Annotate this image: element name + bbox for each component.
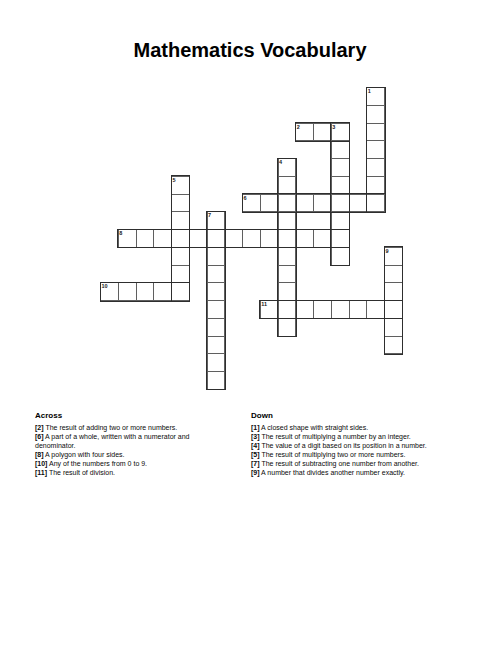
clue-number-label: [7]: [251, 460, 260, 467]
crossword-cell[interactable]: [278, 229, 297, 248]
crossword-cell[interactable]: [366, 300, 385, 319]
crossword-cell[interactable]: [366, 105, 385, 124]
crossword-cell[interactable]: [260, 229, 279, 248]
crossword-cell[interactable]: [313, 123, 332, 142]
crossword-cell[interactable]: [171, 265, 190, 284]
crossword-cell[interactable]: [366, 123, 385, 142]
crossword-cell[interactable]: [118, 282, 137, 301]
crossword-cell[interactable]: [331, 300, 350, 319]
crossword-cell[interactable]: [207, 265, 226, 284]
crossword-cell[interactable]: [278, 211, 297, 230]
crossword-cell[interactable]: [331, 211, 350, 230]
crossword-cell[interactable]: [171, 229, 190, 248]
clue-across-2: [2] The result of adding two or more num…: [35, 423, 210, 432]
crossword-cell[interactable]: [242, 229, 261, 248]
crossword-cell[interactable]: [260, 194, 279, 213]
crossword-cell[interactable]: [278, 318, 297, 337]
clue-down-7: [7] The result of subtracting one number…: [251, 459, 473, 468]
crossword-cell[interactable]: [118, 229, 137, 248]
crossword-cell[interactable]: [171, 194, 190, 213]
crossword-cell[interactable]: [366, 140, 385, 159]
crossword-cell[interactable]: [295, 229, 314, 248]
clue-down-4: [4] The value of a digit based on its po…: [251, 441, 473, 450]
crossword-cell[interactable]: [153, 229, 172, 248]
across-header: Across: [35, 411, 210, 421]
crossword-cell[interactable]: [100, 282, 119, 301]
clue-across-6: [6] A part of a whole, written with a nu…: [35, 432, 210, 450]
crossword-cell[interactable]: [331, 123, 350, 142]
clue-number-label: [4]: [251, 442, 260, 449]
clue-down-3: [3] The result of multiplying a number b…: [251, 432, 473, 441]
crossword-cell[interactable]: [331, 229, 350, 248]
crossword-cell[interactable]: [189, 229, 208, 248]
crossword-cell[interactable]: [349, 300, 368, 319]
clue-across-8: [8] A polygon with four sides.: [35, 450, 210, 459]
crossword-cell[interactable]: [278, 194, 297, 213]
crossword-cell[interactable]: [207, 336, 226, 355]
crossword-cell[interactable]: [366, 87, 385, 106]
crossword-cell[interactable]: [278, 282, 297, 301]
crossword-cell[interactable]: [366, 158, 385, 177]
clue-number-label: [2]: [35, 424, 44, 431]
crossword-cell[interactable]: [260, 300, 279, 319]
clue-number-label: [11]: [35, 469, 47, 476]
crossword-cell[interactable]: [295, 123, 314, 142]
crossword-cell[interactable]: [278, 300, 297, 319]
clue-number-label: [8]: [35, 451, 44, 458]
crossword-cell[interactable]: [313, 194, 332, 213]
crossword-cell[interactable]: [207, 353, 226, 372]
crossword-cell[interactable]: [331, 158, 350, 177]
crossword-cell[interactable]: [384, 300, 403, 319]
crossword-cell[interactable]: [331, 247, 350, 266]
crossword-grid: 2681011134579: [100, 87, 403, 390]
crossword-cell[interactable]: [207, 247, 226, 266]
clue-number-label: [9]: [251, 469, 260, 476]
crossword-cell[interactable]: [207, 371, 226, 390]
down-header: Down: [251, 411, 473, 421]
clue-number-label: [1]: [251, 424, 260, 431]
crossword-cell[interactable]: [207, 318, 226, 337]
crossword-cell[interactable]: [278, 158, 297, 177]
crossword-cell[interactable]: [313, 229, 332, 248]
crossword-cell[interactable]: [331, 176, 350, 195]
crossword-cell[interactable]: [171, 211, 190, 230]
crossword-cell[interactable]: [366, 194, 385, 213]
crossword-cell[interactable]: [153, 282, 172, 301]
across-clue-list: [2] The result of adding two or more num…: [35, 423, 210, 477]
clue-across-10: [10] Any of the numbers from 0 to 9.: [35, 459, 210, 468]
crossword-cell[interactable]: [278, 265, 297, 284]
crossword-cell[interactable]: [384, 336, 403, 355]
clue-down-9: [9] A number that divides another number…: [251, 468, 473, 477]
crossword-cell[interactable]: [384, 282, 403, 301]
clue-number-label: [10]: [35, 460, 47, 467]
crossword-cell[interactable]: [171, 176, 190, 195]
crossword-cell[interactable]: [207, 229, 226, 248]
crossword-cell[interactable]: [366, 176, 385, 195]
crossword-cell[interactable]: [136, 282, 155, 301]
down-clues-section: Down [1] A closed shape with straight si…: [251, 411, 473, 477]
crossword-cell[interactable]: [171, 282, 190, 301]
crossword-cell[interactable]: [295, 194, 314, 213]
crossword-cell[interactable]: [136, 229, 155, 248]
clue-number-label: [6]: [35, 433, 44, 440]
crossword-cell[interactable]: [349, 194, 368, 213]
crossword-cell[interactable]: [384, 247, 403, 266]
clue-number-label: [3]: [251, 433, 260, 440]
across-clues-section: Across [2] The result of adding two or m…: [35, 411, 210, 477]
crossword-cell[interactable]: [295, 300, 314, 319]
down-clue-list: [1] A closed shape with straight sides.[…: [251, 423, 473, 477]
clue-down-5: [5] The result of multiplying two or mor…: [251, 450, 473, 459]
clue-across-11: [11] The result of division.: [35, 468, 210, 477]
crossword-cell[interactable]: [207, 300, 226, 319]
crossword-cell[interactable]: [207, 282, 226, 301]
crossword-cell[interactable]: [242, 194, 261, 213]
crossword-cell[interactable]: [384, 265, 403, 284]
page-title: Mathematics Vocabulary: [0, 39, 500, 61]
crossword-cell[interactable]: [278, 247, 297, 266]
crossword-cell[interactable]: [313, 300, 332, 319]
crossword-cell[interactable]: [207, 211, 226, 230]
crossword-cell[interactable]: [331, 194, 350, 213]
crossword-cell[interactable]: [224, 229, 243, 248]
crossword-cell[interactable]: [384, 318, 403, 337]
crossword-cell[interactable]: [171, 247, 190, 266]
crossword-cell[interactable]: [331, 140, 350, 159]
clue-number-label: [5]: [251, 451, 260, 458]
crossword-cell[interactable]: [278, 176, 297, 195]
clue-down-1: [1] A closed shape with straight sides.: [251, 423, 473, 432]
